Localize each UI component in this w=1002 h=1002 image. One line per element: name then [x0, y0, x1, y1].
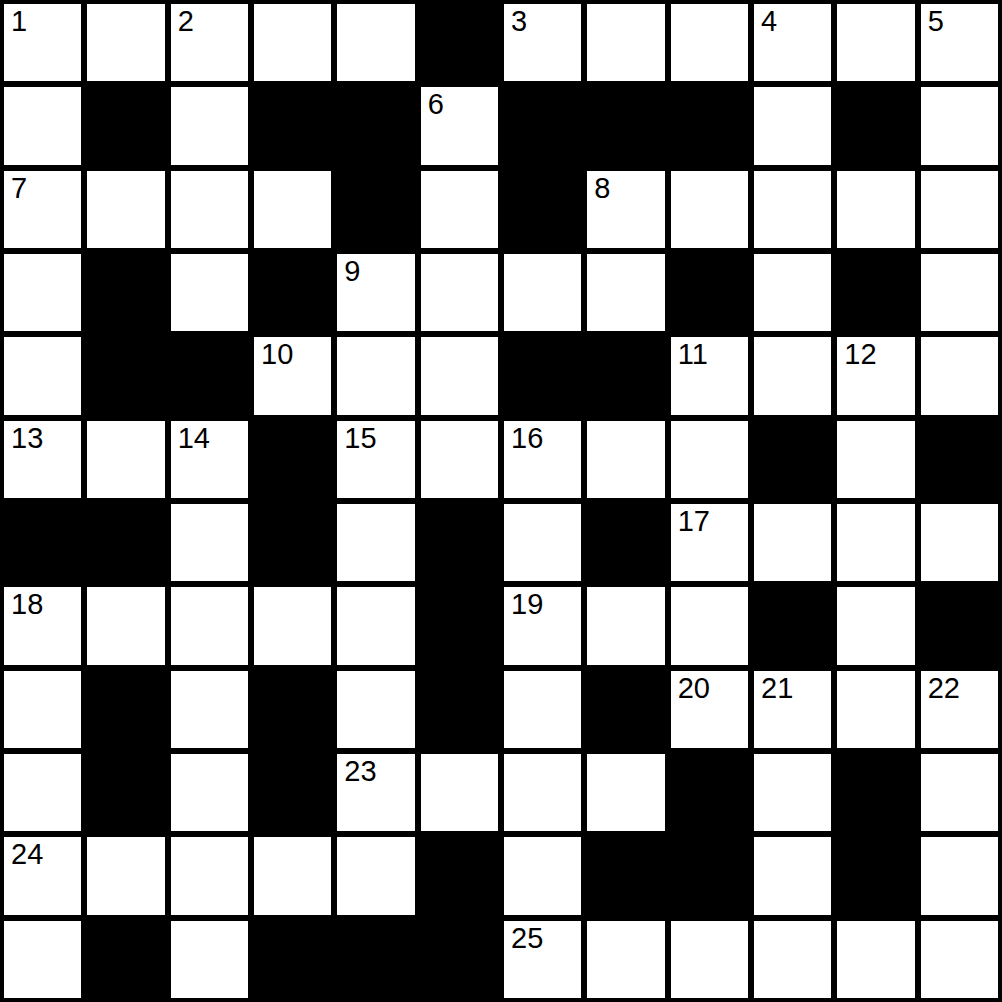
black-cell-r6c1 — [87, 504, 164, 581]
white-cell-r7c4[interactable] — [337, 587, 414, 664]
white-cell-r6c2[interactable] — [171, 504, 248, 581]
black-cell-r5c9 — [754, 421, 831, 498]
white-cell-r11c7[interactable] — [587, 921, 664, 998]
white-cell-r0c0[interactable]: 1 — [4, 4, 81, 81]
clue-number-15: 15 — [344, 422, 376, 455]
white-cell-r9c5[interactable] — [421, 754, 498, 831]
white-cell-r8c11[interactable]: 22 — [921, 671, 998, 748]
white-cell-r6c10[interactable] — [837, 504, 914, 581]
white-cell-r9c2[interactable] — [171, 754, 248, 831]
black-cell-r8c3 — [254, 671, 331, 748]
black-cell-r1c6 — [504, 87, 581, 164]
black-cell-r11c1 — [87, 921, 164, 998]
white-cell-r7c6[interactable]: 19 — [504, 587, 581, 664]
white-cell-r5c5[interactable] — [421, 421, 498, 498]
white-cell-r2c5[interactable] — [421, 171, 498, 248]
white-cell-r4c0[interactable] — [4, 337, 81, 414]
white-cell-r11c8[interactable] — [671, 921, 748, 998]
black-cell-r1c3 — [254, 87, 331, 164]
black-cell-r6c3 — [254, 504, 331, 581]
white-cell-r7c10[interactable] — [837, 587, 914, 664]
clue-number-17: 17 — [678, 505, 710, 538]
black-cell-r5c3 — [254, 421, 331, 498]
white-cell-r7c2[interactable] — [171, 587, 248, 664]
white-cell-r0c10[interactable] — [837, 4, 914, 81]
white-cell-r11c11[interactable] — [921, 921, 998, 998]
white-cell-r0c9[interactable]: 4 — [754, 4, 831, 81]
white-cell-r2c1[interactable] — [87, 171, 164, 248]
white-cell-r6c11[interactable] — [921, 504, 998, 581]
black-cell-r3c10 — [837, 254, 914, 331]
white-cell-r2c7[interactable]: 8 — [587, 171, 664, 248]
black-cell-r3c3 — [254, 254, 331, 331]
clue-number-7: 7 — [11, 172, 27, 205]
white-cell-r8c10[interactable] — [837, 671, 914, 748]
white-cell-r2c0[interactable]: 7 — [4, 171, 81, 248]
white-cell-r0c3[interactable] — [254, 4, 331, 81]
white-cell-r8c8[interactable]: 20 — [671, 671, 748, 748]
white-cell-r0c7[interactable] — [587, 4, 664, 81]
white-cell-r3c4[interactable]: 9 — [337, 254, 414, 331]
white-cell-r3c2[interactable] — [171, 254, 248, 331]
white-cell-r7c0[interactable]: 18 — [4, 587, 81, 664]
white-cell-r10c2[interactable] — [171, 837, 248, 914]
white-cell-r3c5[interactable] — [421, 254, 498, 331]
white-cell-r5c10[interactable] — [837, 421, 914, 498]
white-cell-r0c8[interactable] — [671, 4, 748, 81]
crossword-puzzle: 1234567891011121314151617181920212223242… — [0, 0, 1002, 1002]
black-cell-r8c1 — [87, 671, 164, 748]
clue-number-21: 21 — [761, 672, 793, 705]
white-cell-r10c3[interactable] — [254, 837, 331, 914]
white-cell-r5c0[interactable]: 13 — [4, 421, 81, 498]
black-cell-r1c4 — [337, 87, 414, 164]
white-cell-r10c11[interactable] — [921, 837, 998, 914]
white-cell-r0c2[interactable]: 2 — [171, 4, 248, 81]
white-cell-r5c1[interactable] — [87, 421, 164, 498]
clue-number-18: 18 — [11, 588, 43, 621]
black-cell-r3c1 — [87, 254, 164, 331]
black-cell-r3c8 — [671, 254, 748, 331]
white-cell-r8c2[interactable] — [171, 671, 248, 748]
white-cell-r5c8[interactable] — [671, 421, 748, 498]
white-cell-r2c8[interactable] — [671, 171, 748, 248]
black-cell-r7c11 — [921, 587, 998, 664]
clue-number-25: 25 — [511, 922, 543, 955]
white-cell-r0c1[interactable] — [87, 4, 164, 81]
clue-number-9: 9 — [344, 255, 360, 288]
white-cell-r6c8[interactable]: 17 — [671, 504, 748, 581]
white-cell-r11c0[interactable] — [4, 921, 81, 998]
clue-number-2: 2 — [178, 5, 194, 38]
white-cell-r10c4[interactable] — [337, 837, 414, 914]
clue-number-24: 24 — [11, 838, 43, 871]
white-cell-r10c0[interactable]: 24 — [4, 837, 81, 914]
white-cell-r9c4[interactable]: 23 — [337, 754, 414, 831]
white-cell-r9c0[interactable] — [4, 754, 81, 831]
white-cell-r1c0[interactable] — [4, 87, 81, 164]
white-cell-r11c2[interactable] — [171, 921, 248, 998]
white-cell-r3c7[interactable] — [587, 254, 664, 331]
white-cell-r0c6[interactable]: 3 — [504, 4, 581, 81]
clue-number-4: 4 — [761, 5, 777, 38]
black-cell-r9c10 — [837, 754, 914, 831]
white-cell-r1c5[interactable]: 6 — [421, 87, 498, 164]
white-cell-r1c9[interactable] — [754, 87, 831, 164]
white-cell-r9c7[interactable] — [587, 754, 664, 831]
black-cell-r11c4 — [337, 921, 414, 998]
white-cell-r7c3[interactable] — [254, 587, 331, 664]
black-cell-r6c7 — [587, 504, 664, 581]
white-cell-r0c11[interactable]: 5 — [921, 4, 998, 81]
black-cell-r2c4 — [337, 171, 414, 248]
white-cell-r11c9[interactable] — [754, 921, 831, 998]
white-cell-r6c9[interactable] — [754, 504, 831, 581]
white-cell-r1c2[interactable] — [171, 87, 248, 164]
black-cell-r4c7 — [587, 337, 664, 414]
black-cell-r9c1 — [87, 754, 164, 831]
white-cell-r4c4[interactable] — [337, 337, 414, 414]
white-cell-r4c11[interactable] — [921, 337, 998, 414]
black-cell-r1c10 — [837, 87, 914, 164]
black-cell-r7c9 — [754, 587, 831, 664]
white-cell-r3c0[interactable] — [4, 254, 81, 331]
white-cell-r4c9[interactable] — [754, 337, 831, 414]
black-cell-r4c1 — [87, 337, 164, 414]
black-cell-r7c5 — [421, 587, 498, 664]
clue-number-11: 11 — [678, 338, 708, 371]
white-cell-r5c7[interactable] — [587, 421, 664, 498]
clue-number-10: 10 — [261, 338, 293, 371]
clue-number-16: 16 — [511, 422, 543, 455]
clue-number-22: 22 — [928, 672, 960, 705]
white-cell-r9c9[interactable] — [754, 754, 831, 831]
white-cell-r2c10[interactable] — [837, 171, 914, 248]
white-cell-r3c11[interactable] — [921, 254, 998, 331]
white-cell-r4c8[interactable]: 11 — [671, 337, 748, 414]
clue-number-23: 23 — [344, 755, 376, 788]
clue-number-12: 12 — [844, 338, 876, 371]
black-cell-r6c5 — [421, 504, 498, 581]
black-cell-r10c8 — [671, 837, 748, 914]
white-cell-r2c3[interactable] — [254, 171, 331, 248]
white-cell-r8c0[interactable] — [4, 671, 81, 748]
white-cell-r11c6[interactable]: 25 — [504, 921, 581, 998]
black-cell-r8c7 — [587, 671, 664, 748]
white-cell-r3c6[interactable] — [504, 254, 581, 331]
white-cell-r6c6[interactable] — [504, 504, 581, 581]
black-cell-r10c7 — [587, 837, 664, 914]
white-cell-r9c11[interactable] — [921, 754, 998, 831]
black-cell-r9c8 — [671, 754, 748, 831]
white-cell-r2c9[interactable] — [754, 171, 831, 248]
clue-number-5: 5 — [928, 5, 944, 38]
white-cell-r10c6[interactable] — [504, 837, 581, 914]
clue-number-6: 6 — [428, 88, 444, 121]
white-cell-r5c6[interactable]: 16 — [504, 421, 581, 498]
white-cell-r4c10[interactable]: 12 — [837, 337, 914, 414]
clue-number-14: 14 — [178, 422, 210, 455]
black-cell-r4c6 — [504, 337, 581, 414]
white-cell-r6c4[interactable] — [337, 504, 414, 581]
black-cell-r4c2 — [171, 337, 248, 414]
white-cell-r10c1[interactable] — [87, 837, 164, 914]
white-cell-r10c9[interactable] — [754, 837, 831, 914]
clue-number-13: 13 — [11, 422, 43, 455]
white-cell-r8c9[interactable]: 21 — [754, 671, 831, 748]
white-cell-r5c2[interactable]: 14 — [171, 421, 248, 498]
black-cell-r5c11 — [921, 421, 998, 498]
white-cell-r2c2[interactable] — [171, 171, 248, 248]
white-cell-r8c6[interactable] — [504, 671, 581, 748]
white-cell-r4c5[interactable] — [421, 337, 498, 414]
white-cell-r11c10[interactable] — [837, 921, 914, 998]
clue-number-3: 3 — [511, 5, 527, 38]
black-cell-r1c7 — [587, 87, 664, 164]
black-cell-r10c5 — [421, 837, 498, 914]
black-cell-r11c3 — [254, 921, 331, 998]
white-cell-r7c1[interactable] — [87, 587, 164, 664]
white-cell-r5c4[interactable]: 15 — [337, 421, 414, 498]
black-cell-r1c8 — [671, 87, 748, 164]
clue-number-19: 19 — [511, 588, 543, 621]
white-cell-r8c4[interactable] — [337, 671, 414, 748]
clue-number-20: 20 — [678, 672, 710, 705]
black-cell-r6c0 — [4, 504, 81, 581]
black-cell-r9c3 — [254, 754, 331, 831]
white-cell-r2c11[interactable] — [921, 171, 998, 248]
black-cell-r1c1 — [87, 87, 164, 164]
black-cell-r8c5 — [421, 671, 498, 748]
white-cell-r7c7[interactable] — [587, 587, 664, 664]
white-cell-r0c4[interactable] — [337, 4, 414, 81]
white-cell-r3c9[interactable] — [754, 254, 831, 331]
white-cell-r4c3[interactable]: 10 — [254, 337, 331, 414]
crossword-grid: 1234567891011121314151617181920212223242… — [0, 0, 1002, 1002]
black-cell-r11c5 — [421, 921, 498, 998]
white-cell-r9c6[interactable] — [504, 754, 581, 831]
white-cell-r1c11[interactable] — [921, 87, 998, 164]
black-cell-r0c5 — [421, 4, 498, 81]
black-cell-r10c10 — [837, 837, 914, 914]
clue-number-8: 8 — [594, 172, 610, 205]
white-cell-r7c8[interactable] — [671, 587, 748, 664]
clue-number-1: 1 — [11, 5, 27, 38]
black-cell-r2c6 — [504, 171, 581, 248]
